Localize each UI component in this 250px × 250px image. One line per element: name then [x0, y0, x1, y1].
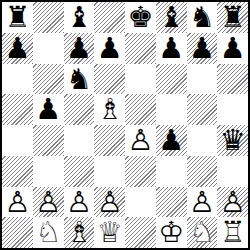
square-c5[interactable] — [64, 94, 95, 125]
square-a3[interactable] — [2, 156, 33, 187]
square-c8[interactable]: ♝ — [64, 2, 95, 33]
square-d4[interactable] — [94, 125, 125, 156]
white-knight-fill: ♞ — [187, 217, 218, 248]
white-pawn: ♙ — [187, 187, 218, 218]
square-c3[interactable] — [64, 156, 95, 187]
square-d2[interactable]: ♟♙ — [94, 187, 125, 218]
square-h5[interactable] — [217, 94, 248, 125]
square-h8[interactable]: ♜ — [217, 2, 248, 33]
black-king: ♚ — [125, 2, 156, 33]
white-bishop: ♗ — [64, 217, 95, 248]
square-b5[interactable]: ♟ — [33, 94, 64, 125]
white-pawn-fill: ♟ — [125, 125, 156, 156]
black-knight: ♞ — [64, 64, 95, 95]
white-pawn-fill: ♟ — [64, 187, 95, 218]
square-b4[interactable] — [33, 125, 64, 156]
square-a7[interactable]: ♟ — [2, 33, 33, 64]
black-rook: ♜ — [2, 2, 33, 33]
black-pawn: ♟ — [156, 125, 187, 156]
square-c2[interactable]: ♟♙ — [64, 187, 95, 218]
white-pawn-fill: ♟ — [94, 187, 125, 218]
square-f3[interactable] — [156, 156, 187, 187]
square-e4[interactable]: ♟♙ — [125, 125, 156, 156]
square-b2[interactable]: ♟♙ — [33, 187, 64, 218]
square-b3[interactable] — [33, 156, 64, 187]
square-g7[interactable]: ♟ — [187, 33, 218, 64]
white-bishop: ♗ — [94, 94, 125, 125]
square-f1[interactable]: ♚♔ — [156, 217, 187, 248]
chess-board: ♜♝♚♝♞♜♟♟♟♟♟♟♞♟♝♗♟♙♟♛♟♙♟♙♟♙♟♙♟♙♟♙♞♘♝♗♛♕♚♔… — [0, 0, 250, 250]
square-d6[interactable] — [94, 64, 125, 95]
black-bishop: ♝ — [64, 2, 95, 33]
square-f7[interactable]: ♟ — [156, 33, 187, 64]
white-rook: ♖ — [217, 217, 248, 248]
square-b7[interactable] — [33, 33, 64, 64]
white-pawn: ♙ — [125, 125, 156, 156]
square-a2[interactable]: ♟♙ — [2, 187, 33, 218]
square-e6[interactable] — [125, 64, 156, 95]
square-d3[interactable] — [94, 156, 125, 187]
square-d7[interactable]: ♟ — [94, 33, 125, 64]
square-d8[interactable] — [94, 2, 125, 33]
square-a4[interactable] — [2, 125, 33, 156]
white-king-fill: ♚ — [156, 217, 187, 248]
square-b1[interactable]: ♞♘ — [33, 217, 64, 248]
square-g6[interactable] — [187, 64, 218, 95]
square-e2[interactable] — [125, 187, 156, 218]
white-pawn: ♙ — [94, 187, 125, 218]
white-queen-fill: ♛ — [94, 217, 125, 248]
white-bishop-fill: ♝ — [64, 217, 95, 248]
white-knight: ♘ — [33, 217, 64, 248]
white-pawn: ♙ — [33, 187, 64, 218]
square-h2[interactable]: ♟♙ — [217, 187, 248, 218]
square-g8[interactable]: ♞ — [187, 2, 218, 33]
black-pawn: ♟ — [94, 33, 125, 64]
square-g1[interactable]: ♞♘ — [187, 217, 218, 248]
square-f6[interactable] — [156, 64, 187, 95]
square-c1[interactable]: ♝♗ — [64, 217, 95, 248]
square-c7[interactable]: ♟ — [64, 33, 95, 64]
white-knight: ♘ — [187, 217, 218, 248]
black-pawn: ♟ — [217, 33, 248, 64]
square-h4[interactable]: ♛ — [217, 125, 248, 156]
square-a1[interactable] — [2, 217, 33, 248]
black-pawn: ♟ — [156, 33, 187, 64]
square-f4[interactable]: ♟ — [156, 125, 187, 156]
black-pawn: ♟ — [33, 94, 64, 125]
black-bishop: ♝ — [156, 2, 187, 33]
square-b8[interactable] — [33, 2, 64, 33]
white-pawn-fill: ♟ — [187, 187, 218, 218]
white-queen: ♕ — [94, 217, 125, 248]
square-d5[interactable]: ♝♗ — [94, 94, 125, 125]
square-g4[interactable] — [187, 125, 218, 156]
black-rook: ♜ — [217, 2, 248, 33]
square-c4[interactable] — [64, 125, 95, 156]
white-king: ♔ — [156, 217, 187, 248]
square-h6[interactable] — [217, 64, 248, 95]
black-pawn: ♟ — [187, 33, 218, 64]
white-pawn: ♙ — [217, 187, 248, 218]
square-f5[interactable] — [156, 94, 187, 125]
black-pawn: ♟ — [64, 33, 95, 64]
white-knight-fill: ♞ — [33, 217, 64, 248]
square-e5[interactable] — [125, 94, 156, 125]
square-f8[interactable]: ♝ — [156, 2, 187, 33]
square-e1[interactable] — [125, 217, 156, 248]
square-g5[interactable] — [187, 94, 218, 125]
square-h1[interactable]: ♜♖ — [217, 217, 248, 248]
square-g2[interactable]: ♟♙ — [187, 187, 218, 218]
square-e8[interactable]: ♚ — [125, 2, 156, 33]
square-h7[interactable]: ♟ — [217, 33, 248, 64]
white-pawn-fill: ♟ — [2, 187, 33, 218]
black-queen: ♛ — [217, 125, 248, 156]
square-a5[interactable] — [2, 94, 33, 125]
black-pawn: ♟ — [2, 33, 33, 64]
white-pawn-fill: ♟ — [33, 187, 64, 218]
white-bishop-fill: ♝ — [94, 94, 125, 125]
square-f2[interactable] — [156, 187, 187, 218]
square-c6[interactable]: ♞ — [64, 64, 95, 95]
white-pawn: ♙ — [2, 187, 33, 218]
square-b6[interactable] — [33, 64, 64, 95]
square-a8[interactable]: ♜ — [2, 2, 33, 33]
white-rook-fill: ♜ — [217, 217, 248, 248]
black-knight: ♞ — [187, 2, 218, 33]
square-d1[interactable]: ♛♕ — [94, 217, 125, 248]
square-e7[interactable] — [125, 33, 156, 64]
white-pawn: ♙ — [64, 187, 95, 218]
square-h3[interactable] — [217, 156, 248, 187]
square-e3[interactable] — [125, 156, 156, 187]
square-a6[interactable] — [2, 64, 33, 95]
white-pawn-fill: ♟ — [217, 187, 248, 218]
square-g3[interactable] — [187, 156, 218, 187]
